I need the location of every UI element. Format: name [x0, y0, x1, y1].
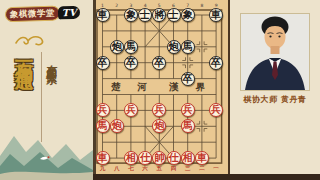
- piece-black-炮-f1r2: 炮: [110, 40, 124, 54]
- board: 楚河 漢界 車象士將士象車炮馬炮馬卒卒卒卒卒兵兵兵兵兵馬炮炮馬車相仕帥仕相車 1…: [93, 0, 230, 180]
- piece-black-士-f3r0: 士: [138, 8, 152, 22]
- piece-red-馬-f0r7: 馬: [96, 119, 110, 133]
- cloud-ornament-icon: [14, 34, 48, 47]
- piece-black-車-f0r0: 車: [96, 8, 110, 22]
- presenter-caption: 棋协大师 黄丹青: [230, 94, 320, 105]
- piece-black-卒-f2r3: 卒: [124, 56, 138, 70]
- file-label-bottom: 九: [98, 165, 108, 172]
- piece-red-車-f7r9: 車: [195, 151, 209, 165]
- piece-red-兵-f0r6: 兵: [96, 103, 110, 117]
- video-frame: 象棋微学堂 TV 布局一点通 布局的四大体系 楚河 漢界 車象士將士象車炮馬炮馬…: [0, 0, 320, 180]
- right-panel: 棋协大师 黄丹青: [230, 0, 320, 180]
- bottom-frame-bar: [93, 174, 320, 180]
- piece-black-卒-f8r3: 卒: [209, 56, 223, 70]
- file-label-bottom: 四: [169, 165, 179, 172]
- brand-logo: 象棋微学堂 TV: [5, 5, 81, 23]
- piece-black-士-f5r0: 士: [167, 8, 181, 22]
- piece-red-車-f0r9: 車: [96, 151, 110, 165]
- piece-black-炮-f5r2: 炮: [167, 40, 181, 54]
- piece-black-象-f2r0: 象: [124, 8, 138, 22]
- piece-red-仕-f3r9: 仕: [138, 151, 152, 165]
- file-label-bottom: 一: [211, 165, 221, 172]
- file-label-bottom: 三: [183, 165, 193, 172]
- left-panel: 象棋微学堂 TV 布局一点通 布局的四大体系: [0, 0, 93, 180]
- piece-red-仕-f5r9: 仕: [167, 151, 181, 165]
- landscape-painting: [0, 126, 93, 180]
- file-label-top: 2: [112, 3, 122, 8]
- piece-black-馬-f6r2: 馬: [181, 40, 195, 54]
- river-label-left: 楚河: [111, 81, 164, 94]
- file-label-top: 8: [197, 3, 207, 8]
- piece-black-卒-f6r4: 卒: [181, 72, 195, 86]
- piece-red-兵-f6r6: 兵: [181, 103, 195, 117]
- presenter-portrait: [241, 14, 309, 90]
- tv-badge: TV: [58, 6, 81, 20]
- file-label-bottom: 五: [154, 165, 164, 172]
- piece-black-馬-f2r2: 馬: [124, 40, 138, 54]
- piece-black-車-f8r0: 車: [209, 8, 223, 22]
- piece-red-炮-f1r7: 炮: [110, 119, 124, 133]
- file-label-bottom: 二: [197, 165, 207, 172]
- piece-black-卒-f4r3: 卒: [152, 56, 166, 70]
- river-label-right: 漢界: [169, 81, 222, 94]
- piece-red-相-f2r9: 相: [124, 151, 138, 165]
- piece-black-象-f6r0: 象: [181, 8, 195, 22]
- episode-subtitle: 布局的四大体系: [45, 57, 58, 68]
- file-label-bottom: 七: [126, 165, 136, 172]
- piece-red-相-f6r9: 相: [181, 151, 195, 165]
- piece-black-卒-f0r3: 卒: [96, 56, 110, 70]
- file-label-bottom: 八: [112, 165, 122, 172]
- file-label-bottom: 六: [140, 165, 150, 172]
- presenter-photo: [240, 13, 310, 91]
- piece-red-馬-f6r7: 馬: [181, 119, 195, 133]
- series-title: 布局一点通: [11, 47, 39, 57]
- logo-text: 象棋微学堂: [5, 5, 60, 22]
